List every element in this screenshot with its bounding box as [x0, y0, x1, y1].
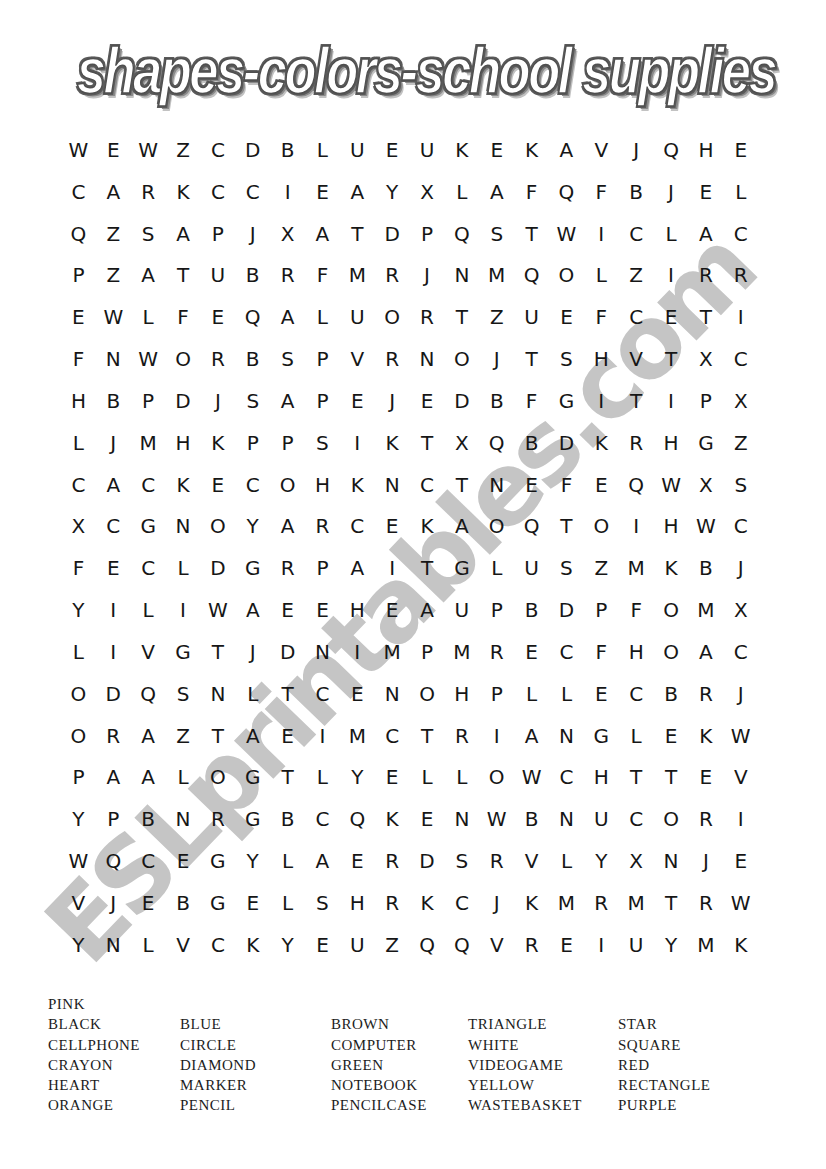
page: shapes-colors-school supplies ESLprintab…	[0, 0, 826, 1169]
grid-cell-r14c17: C	[619, 673, 654, 715]
grid-cell-r1c11: U	[410, 129, 445, 171]
grid-cell-r9c7: O	[270, 464, 305, 506]
grid-cell-r9c11: C	[410, 464, 445, 506]
grid-cell-r15c12: R	[444, 715, 479, 757]
grid-cell-r2c10: Y	[375, 171, 410, 213]
grid-cell-r5c9: U	[340, 296, 375, 338]
grid-cell-r17c14: B	[514, 798, 549, 840]
grid-cell-r18c10: R	[375, 840, 410, 882]
grid-cell-r10c3: G	[131, 505, 166, 547]
grid-cell-r11c20: J	[723, 547, 758, 589]
grid-cell-r20c13: V	[479, 924, 514, 966]
grid-cell-r15c10: C	[375, 715, 410, 757]
grid-cell-r13c18: O	[654, 631, 689, 673]
grid-cell-r10c7: A	[270, 505, 305, 547]
grid-cell-r11c13: L	[479, 547, 514, 589]
grid-cell-r2c17: B	[619, 171, 654, 213]
grid-cell-r4c20: R	[723, 254, 758, 296]
grid-cell-r18c12: S	[444, 840, 479, 882]
grid-cell-r10c16: O	[584, 505, 619, 547]
grid-cell-r2c6: C	[235, 171, 270, 213]
grid-cell-r5c15: E	[549, 296, 584, 338]
grid-cell-r7c13: B	[479, 380, 514, 422]
word-list-column-2: BLUECIRCLEDIAMONDMARKERPENCIL	[180, 994, 256, 1116]
word-item: HEART	[48, 1075, 140, 1095]
grid-cell-r19c9: H	[340, 882, 375, 924]
grid-cell-r7c11: E	[410, 380, 445, 422]
grid-cell-r13c6: J	[235, 631, 270, 673]
grid-cell-r20c3: L	[131, 924, 166, 966]
grid-cell-r12c13: P	[479, 589, 514, 631]
grid-cell-r3c18: L	[654, 213, 689, 255]
grid-cell-r10c2: C	[96, 505, 131, 547]
grid-cell-r1c13: E	[479, 129, 514, 171]
word-list: PINKBLACKCELLPHONECRAYONHEARTORANGEBLUEC…	[48, 994, 788, 1124]
grid-cell-r15c8: I	[305, 715, 340, 757]
grid-cell-r3c13: S	[479, 213, 514, 255]
word-item: BROWN	[331, 1014, 427, 1034]
grid-cell-r4c3: A	[131, 254, 166, 296]
grid-cell-r15c1: O	[61, 715, 96, 757]
grid-cell-r19c6: E	[235, 882, 270, 924]
grid-cell-r8c2: J	[96, 422, 131, 464]
grid-cell-r11c11: T	[410, 547, 445, 589]
grid-cell-r14c7: T	[270, 673, 305, 715]
grid-cell-r7c5: J	[200, 380, 235, 422]
grid-cell-r6c15: S	[549, 338, 584, 380]
grid-cell-r10c8: R	[305, 505, 340, 547]
grid-cell-r2c7: I	[270, 171, 305, 213]
grid-cell-r13c15: C	[549, 631, 584, 673]
grid-cell-r14c2: D	[96, 673, 131, 715]
grid-cell-r15c4: Z	[166, 715, 201, 757]
grid-cell-r2c20: L	[723, 171, 758, 213]
grid-cell-r19c15: M	[549, 882, 584, 924]
grid-cell-r7c12: D	[444, 380, 479, 422]
grid-cell-r8c19: G	[688, 422, 723, 464]
grid-cell-r9c19: X	[688, 464, 723, 506]
grid-cell-r20c20: K	[723, 924, 758, 966]
grid-cell-r7c3: P	[131, 380, 166, 422]
word-item: BLUE	[180, 1014, 256, 1034]
grid-cell-r13c3: V	[131, 631, 166, 673]
grid-cell-r17c2: P	[96, 798, 131, 840]
grid-cell-r8c3: M	[131, 422, 166, 464]
grid-cell-r16c20: V	[723, 756, 758, 798]
grid-cell-r18c20: E	[723, 840, 758, 882]
grid-cell-r14c8: C	[305, 673, 340, 715]
grid-cell-r11c8: P	[305, 547, 340, 589]
grid-cell-r19c2: J	[96, 882, 131, 924]
grid-cell-r5c17: C	[619, 296, 654, 338]
grid-cell-r2c16: F	[584, 171, 619, 213]
grid-cell-r6c1: F	[61, 338, 96, 380]
grid-cell-r12c7: E	[270, 589, 305, 631]
grid-cell-r4c10: R	[375, 254, 410, 296]
grid-cell-r11c14: U	[514, 547, 549, 589]
grid-cell-r2c3: R	[131, 171, 166, 213]
grid-cell-r19c11: K	[410, 882, 445, 924]
grid-cell-r16c7: T	[270, 756, 305, 798]
grid-cell-r1c17: J	[619, 129, 654, 171]
grid-cell-r7c15: G	[549, 380, 584, 422]
grid-cell-r14c11: O	[410, 673, 445, 715]
grid-cell-r20c19: M	[688, 924, 723, 966]
grid-cell-r11c6: G	[235, 547, 270, 589]
grid-cell-r14c6: L	[235, 673, 270, 715]
grid-cell-r9c12: T	[444, 464, 479, 506]
grid-cell-r5c6: Q	[235, 296, 270, 338]
grid-cell-r3c6: J	[235, 213, 270, 255]
grid-cell-r10c14: Q	[514, 505, 549, 547]
grid-cell-r4c6: B	[235, 254, 270, 296]
grid-cell-r7c4: D	[166, 380, 201, 422]
grid-cell-r18c1: W	[61, 840, 96, 882]
grid-cell-r14c16: E	[584, 673, 619, 715]
grid-cell-r15c9: M	[340, 715, 375, 757]
grid-cell-r6c5: R	[200, 338, 235, 380]
grid-cell-r8c5: K	[200, 422, 235, 464]
grid-cell-r4c15: O	[549, 254, 584, 296]
grid-cell-r12c8: E	[305, 589, 340, 631]
grid-cell-r9c20: S	[723, 464, 758, 506]
grid-cell-r20c17: U	[619, 924, 654, 966]
grid-cell-r3c8: A	[305, 213, 340, 255]
grid-cell-r15c18: E	[654, 715, 689, 757]
grid-cell-r8c18: H	[654, 422, 689, 464]
grid-cell-r20c5: C	[200, 924, 235, 966]
grid-cell-r12c12: U	[444, 589, 479, 631]
grid-cell-r19c14: K	[514, 882, 549, 924]
grid-cell-r13c4: G	[166, 631, 201, 673]
grid-cell-r11c10: I	[375, 547, 410, 589]
grid-cell-r2c5: C	[200, 171, 235, 213]
grid-cell-r16c6: G	[235, 756, 270, 798]
grid-cell-r17c3: B	[131, 798, 166, 840]
grid-cell-r2c1: C	[61, 171, 96, 213]
grid-cell-r2c15: Q	[549, 171, 584, 213]
grid-cell-r5c11: R	[410, 296, 445, 338]
grid-cell-r19c5: G	[200, 882, 235, 924]
word-item: STAR	[618, 1014, 710, 1034]
grid-cell-r15c6: A	[235, 715, 270, 757]
grid-cell-r6c18: T	[654, 338, 689, 380]
grid-cell-r4c16: L	[584, 254, 619, 296]
grid-cell-r7c2: B	[96, 380, 131, 422]
grid-cell-r11c12: G	[444, 547, 479, 589]
grid-cell-r14c9: E	[340, 673, 375, 715]
grid-cell-r4c1: P	[61, 254, 96, 296]
grid-cell-r8c9: I	[340, 422, 375, 464]
grid-cell-r13c13: R	[479, 631, 514, 673]
grid-cell-r2c11: X	[410, 171, 445, 213]
grid-cell-r13c10: M	[375, 631, 410, 673]
grid-cell-r17c10: K	[375, 798, 410, 840]
grid-cell-r9c9: K	[340, 464, 375, 506]
grid-cell-r6c17: V	[619, 338, 654, 380]
word-item: MARKER	[180, 1075, 256, 1095]
grid-cell-r12c4: I	[166, 589, 201, 631]
grid-cell-r2c8: E	[305, 171, 340, 213]
grid-cell-r18c2: Q	[96, 840, 131, 882]
grid-cell-r19c7: L	[270, 882, 305, 924]
grid-cell-r15c2: R	[96, 715, 131, 757]
grid-cell-r16c16: H	[584, 756, 619, 798]
grid-cell-r11c9: A	[340, 547, 375, 589]
grid-cell-r4c4: T	[166, 254, 201, 296]
grid-cell-r3c10: D	[375, 213, 410, 255]
word-item: RECTANGLE	[618, 1075, 710, 1095]
grid-cell-r7c17: T	[619, 380, 654, 422]
grid-cell-r14c20: J	[723, 673, 758, 715]
grid-cell-r19c20: W	[723, 882, 758, 924]
grid-cell-r13c8: N	[305, 631, 340, 673]
grid-cell-r6c10: R	[375, 338, 410, 380]
grid-cell-r7c9: E	[340, 380, 375, 422]
grid-cell-r17c11: E	[410, 798, 445, 840]
word-item-empty	[468, 994, 582, 1014]
grid-cell-r4c12: N	[444, 254, 479, 296]
grid-cell-r5c2: W	[96, 296, 131, 338]
grid-cell-r3c2: Z	[96, 213, 131, 255]
grid-cell-r10c15: T	[549, 505, 584, 547]
grid-cell-r13c7: D	[270, 631, 305, 673]
grid-cell-r12c6: A	[235, 589, 270, 631]
grid-cell-r12c1: Y	[61, 589, 96, 631]
grid-cell-r16c11: L	[410, 756, 445, 798]
grid-cell-r13c9: I	[340, 631, 375, 673]
grid-cell-r14c3: Q	[131, 673, 166, 715]
grid-cell-r17c17: C	[619, 798, 654, 840]
word-item: BLACK	[48, 1014, 140, 1034]
grid-cell-r4c5: U	[200, 254, 235, 296]
grid-cell-r15c3: A	[131, 715, 166, 757]
grid-cell-r8c20: Z	[723, 422, 758, 464]
grid-cell-r5c16: F	[584, 296, 619, 338]
grid-cell-r19c13: J	[479, 882, 514, 924]
grid-cell-r6c9: V	[340, 338, 375, 380]
grid-cell-r18c16: Y	[584, 840, 619, 882]
grid-cell-r3c3: S	[131, 213, 166, 255]
grid-cell-r1c16: V	[584, 129, 619, 171]
word-item: DIAMOND	[180, 1055, 256, 1075]
grid-cell-r2c13: A	[479, 171, 514, 213]
grid-cell-r18c15: L	[549, 840, 584, 882]
grid-cell-r12c3: L	[131, 589, 166, 631]
grid-cell-r17c18: O	[654, 798, 689, 840]
grid-cell-r15c19: K	[688, 715, 723, 757]
grid-cell-r6c11: N	[410, 338, 445, 380]
grid-cell-r15c20: W	[723, 715, 758, 757]
grid-cell-r8c14: B	[514, 422, 549, 464]
grid-cell-r20c7: Y	[270, 924, 305, 966]
grid-cell-r5c14: U	[514, 296, 549, 338]
grid-cell-r5c20: I	[723, 296, 758, 338]
grid-cell-r17c4: N	[166, 798, 201, 840]
grid-cell-r20c4: V	[166, 924, 201, 966]
grid-cell-r17c20: I	[723, 798, 758, 840]
grid-cell-r18c7: L	[270, 840, 305, 882]
grid-cell-r18c4: E	[166, 840, 201, 882]
grid-cell-r5c4: F	[166, 296, 201, 338]
grid-cell-r10c11: K	[410, 505, 445, 547]
grid-cell-r16c19: E	[688, 756, 723, 798]
grid-cell-r19c17: M	[619, 882, 654, 924]
grid-cell-r6c12: O	[444, 338, 479, 380]
grid-cell-r8c17: R	[619, 422, 654, 464]
grid-cell-r13c17: H	[619, 631, 654, 673]
grid-cell-r2c4: K	[166, 171, 201, 213]
grid-cell-r6c20: C	[723, 338, 758, 380]
grid-cell-r16c17: T	[619, 756, 654, 798]
grid-cell-r3c19: A	[688, 213, 723, 255]
grid-cell-r7c20: X	[723, 380, 758, 422]
grid-cell-r20c12: Q	[444, 924, 479, 966]
grid-cell-r5c5: E	[200, 296, 235, 338]
grid-cell-r1c20: E	[723, 129, 758, 171]
grid-cell-r12c2: I	[96, 589, 131, 631]
grid-cell-r3c11: P	[410, 213, 445, 255]
grid-cell-r11c3: C	[131, 547, 166, 589]
title-banner: shapes-colors-school supplies	[0, 34, 826, 108]
grid-cell-r18c19: J	[688, 840, 723, 882]
grid-cell-r3c15: W	[549, 213, 584, 255]
grid-cell-r7c14: F	[514, 380, 549, 422]
grid-cell-r18c13: R	[479, 840, 514, 882]
grid-cell-r9c2: A	[96, 464, 131, 506]
grid-cell-r5c1: E	[61, 296, 96, 338]
grid-cell-r15c7: E	[270, 715, 305, 757]
grid-cell-r10c20: C	[723, 505, 758, 547]
grid-cell-r12c10: E	[375, 589, 410, 631]
grid-cell-r1c18: Q	[654, 129, 689, 171]
grid-cell-r17c7: B	[270, 798, 305, 840]
grid-cell-r9c18: W	[654, 464, 689, 506]
grid-cell-r7c7: A	[270, 380, 305, 422]
grid-cell-r6c8: P	[305, 338, 340, 380]
grid-cell-r16c9: Y	[340, 756, 375, 798]
grid-cell-r10c13: O	[479, 505, 514, 547]
grid-cell-r13c11: P	[410, 631, 445, 673]
grid-cell-r15c13: I	[479, 715, 514, 757]
grid-cell-r13c2: I	[96, 631, 131, 673]
grid-cell-r7c8: P	[305, 380, 340, 422]
grid-cell-r12c5: W	[200, 589, 235, 631]
grid-cell-r12c19: M	[688, 589, 723, 631]
grid-cell-r5c13: Z	[479, 296, 514, 338]
grid-cell-r16c2: A	[96, 756, 131, 798]
grid-cell-r9c1: C	[61, 464, 96, 506]
grid-cell-r10c5: O	[200, 505, 235, 547]
grid-cell-r4c14: Q	[514, 254, 549, 296]
grid-cell-r2c14: F	[514, 171, 549, 213]
grid-cell-r1c4: Z	[166, 129, 201, 171]
word-list-column-5: STARSQUAREREDRECTANGLEPURPLE	[618, 994, 710, 1116]
grid-cell-r10c19: W	[688, 505, 723, 547]
word-item: COMPUTER	[331, 1035, 427, 1055]
puzzle-title: shapes-colors-school supplies	[77, 34, 776, 108]
grid-cell-r20c11: Q	[410, 924, 445, 966]
grid-cell-r11c4: L	[166, 547, 201, 589]
grid-cell-r6c14: T	[514, 338, 549, 380]
grid-cell-r13c1: L	[61, 631, 96, 673]
grid-cell-r9c15: F	[549, 464, 584, 506]
grid-cell-r14c1: O	[61, 673, 96, 715]
grid-cell-r17c12: N	[444, 798, 479, 840]
word-item-empty	[180, 994, 256, 1014]
grid-cell-r14c19: R	[688, 673, 723, 715]
grid-cell-r3c1: Q	[61, 213, 96, 255]
grid-cell-r8c11: T	[410, 422, 445, 464]
word-item: PENCILCASE	[331, 1095, 427, 1115]
word-item: PINK	[48, 994, 140, 1014]
grid-cell-r7c6: S	[235, 380, 270, 422]
grid-cell-r20c10: Z	[375, 924, 410, 966]
word-item: PENCIL	[180, 1095, 256, 1115]
grid-cell-r6c4: O	[166, 338, 201, 380]
grid-cell-r15c17: L	[619, 715, 654, 757]
grid-cell-r3c12: Q	[444, 213, 479, 255]
grid-cell-r13c19: A	[688, 631, 723, 673]
grid-cell-r3c9: T	[340, 213, 375, 255]
grid-cell-r9c8: H	[305, 464, 340, 506]
grid-cell-r5c18: E	[654, 296, 689, 338]
grid-cell-r20c18: Y	[654, 924, 689, 966]
grid-cell-r1c2: E	[96, 129, 131, 171]
grid-cell-r12c20: X	[723, 589, 758, 631]
grid-cell-r9c5: E	[200, 464, 235, 506]
grid-cell-r20c2: N	[96, 924, 131, 966]
grid-cell-r17c16: U	[584, 798, 619, 840]
grid-cell-r1c3: W	[131, 129, 166, 171]
grid-cell-r13c14: E	[514, 631, 549, 673]
grid-cell-r9c10: N	[375, 464, 410, 506]
grid-cell-r11c15: S	[549, 547, 584, 589]
grid-cell-r3c14: T	[514, 213, 549, 255]
word-item: WHITE	[468, 1035, 582, 1055]
grid-cell-r3c4: A	[166, 213, 201, 255]
grid-cell-r4c7: R	[270, 254, 305, 296]
word-item: CIRCLE	[180, 1035, 256, 1055]
word-item: CELLPHONE	[48, 1035, 140, 1055]
grid-cell-r11c2: E	[96, 547, 131, 589]
grid-cell-r4c9: M	[340, 254, 375, 296]
grid-cell-r11c17: M	[619, 547, 654, 589]
word-item: PURPLE	[618, 1095, 710, 1115]
grid-cell-r9c17: Q	[619, 464, 654, 506]
grid-cell-r4c18: I	[654, 254, 689, 296]
grid-cell-r19c18: T	[654, 882, 689, 924]
grid-cell-r17c9: Q	[340, 798, 375, 840]
grid-cell-r16c4: L	[166, 756, 201, 798]
grid-cell-r20c6: K	[235, 924, 270, 966]
grid-cell-r5c12: T	[444, 296, 479, 338]
grid-cell-r1c5: C	[200, 129, 235, 171]
grid-cell-r10c17: I	[619, 505, 654, 547]
grid-cell-r10c1: X	[61, 505, 96, 547]
grid-cell-r3c5: P	[200, 213, 235, 255]
grid-cell-r1c14: K	[514, 129, 549, 171]
grid-cell-r20c8: E	[305, 924, 340, 966]
grid-cell-r6c6: B	[235, 338, 270, 380]
word-item-empty	[331, 994, 427, 1014]
grid-cell-r12c18: O	[654, 589, 689, 631]
grid-cell-r11c18: K	[654, 547, 689, 589]
grid-cell-r14c10: N	[375, 673, 410, 715]
grid-cell-r15c14: A	[514, 715, 549, 757]
grid-cell-r4c19: R	[688, 254, 723, 296]
grid-cell-r10c12: A	[444, 505, 479, 547]
